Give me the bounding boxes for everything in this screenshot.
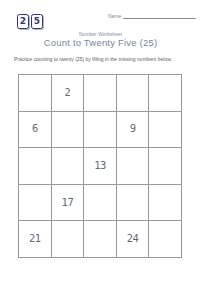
grid-cell-r3-c5[interactable]: [149, 148, 181, 184]
grid-cell-r4-c4[interactable]: [117, 185, 149, 221]
grid-cell-r4-c3[interactable]: [84, 185, 116, 221]
grid-cell-r4-c5[interactable]: [149, 185, 181, 221]
grid-cell-r2-c4: 9: [117, 112, 149, 148]
grid-cell-r1-c3[interactable]: [84, 75, 116, 111]
grid-cell-r2-c1: 6: [19, 112, 51, 148]
name-label: Name: [108, 14, 121, 19]
grid-cell-r5-c2[interactable]: [52, 221, 84, 257]
grid-cell-r2-c3[interactable]: [84, 112, 116, 148]
grid-cell-r5-c3[interactable]: [84, 221, 116, 257]
logo-tile-5: 5: [31, 14, 43, 29]
grid-cell-r1-c4[interactable]: [117, 75, 149, 111]
grid-cell-r3-c3: 13: [84, 148, 116, 184]
grid-cell-r2-c5[interactable]: [149, 112, 181, 148]
grid-cell-r3-c1[interactable]: [19, 148, 51, 184]
grid-cell-r3-c2[interactable]: [52, 148, 84, 184]
page-title: Count to Twenty Five (25): [0, 37, 201, 48]
worksheet-page: 2 5 Name Number Worksheet Count to Twent…: [0, 0, 201, 282]
grid-cell-r5-c1: 21: [19, 221, 51, 257]
name-field: Name: [108, 13, 196, 19]
logo-digit-2: 2: [20, 17, 26, 26]
instruction-text: Practice counting to twenty (25) by fill…: [14, 56, 194, 62]
grid-cell-r3-c4[interactable]: [117, 148, 149, 184]
grid-cell-r4-c2: 17: [52, 185, 84, 221]
grid-cell-r5-c5[interactable]: [149, 221, 181, 257]
grid-cell-r1-c1[interactable]: [19, 75, 51, 111]
grid-cell-r1-c5[interactable]: [149, 75, 181, 111]
name-blank-line[interactable]: [123, 13, 196, 19]
grid-cell-r1-c2: 2: [52, 75, 84, 111]
grid-cell-r4-c1[interactable]: [19, 185, 51, 221]
site-logo: 2 5: [17, 14, 43, 29]
grid-cell-r2-c2[interactable]: [52, 112, 84, 148]
grid-cell-r5-c4: 24: [117, 221, 149, 257]
number-grid: 2 6 9 13 17 21 24: [18, 74, 182, 258]
logo-tile-2: 2: [17, 14, 29, 29]
logo-digit-5: 5: [34, 17, 40, 26]
